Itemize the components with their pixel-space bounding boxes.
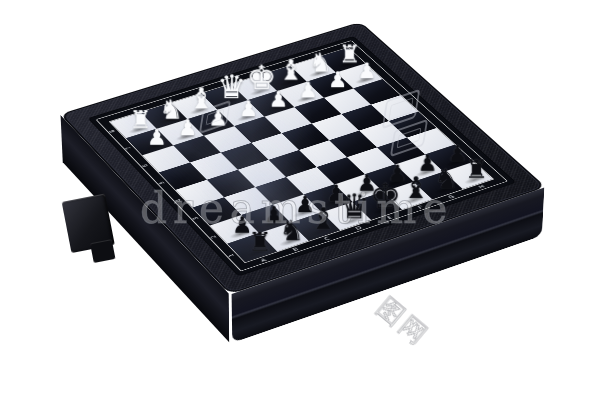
white-pawn: ♟ bbox=[208, 108, 228, 130]
black-bishop: ♝ bbox=[309, 204, 336, 234]
white-pawn: ♟ bbox=[328, 70, 347, 91]
black-knight: ♞ bbox=[279, 216, 304, 244]
black-rook: ♜ bbox=[465, 157, 488, 182]
white-pawn: ♟ bbox=[177, 117, 197, 139]
black-queen: ♛ bbox=[339, 189, 370, 223]
white-pawn: ♟ bbox=[268, 89, 287, 111]
black-pawn: ♟ bbox=[447, 143, 467, 165]
chess-case: 87654321 ABCDEFGH ♜♞♝♛♚♝♞♜♟♟♟♟♟♟♟♟♟♟♟♟♟♟… bbox=[60, 22, 546, 295]
photo-stage: 87654321 ABCDEFGH ♜♞♝♛♚♝♞♜♟♟♟♟♟♟♟♟♟♟♟♟♟♟… bbox=[0, 0, 610, 405]
white-pawn: ♟ bbox=[238, 98, 257, 120]
black-bishop: ♝ bbox=[402, 173, 429, 203]
white-pawn: ♟ bbox=[357, 61, 376, 82]
black-rook: ♜ bbox=[248, 229, 271, 255]
latch-clip bbox=[90, 239, 115, 263]
white-pawn: ♟ bbox=[298, 80, 317, 102]
black-knight: ♞ bbox=[434, 165, 459, 193]
white-pawn: ♟ bbox=[147, 127, 167, 149]
black-king: ♚ bbox=[369, 178, 400, 213]
